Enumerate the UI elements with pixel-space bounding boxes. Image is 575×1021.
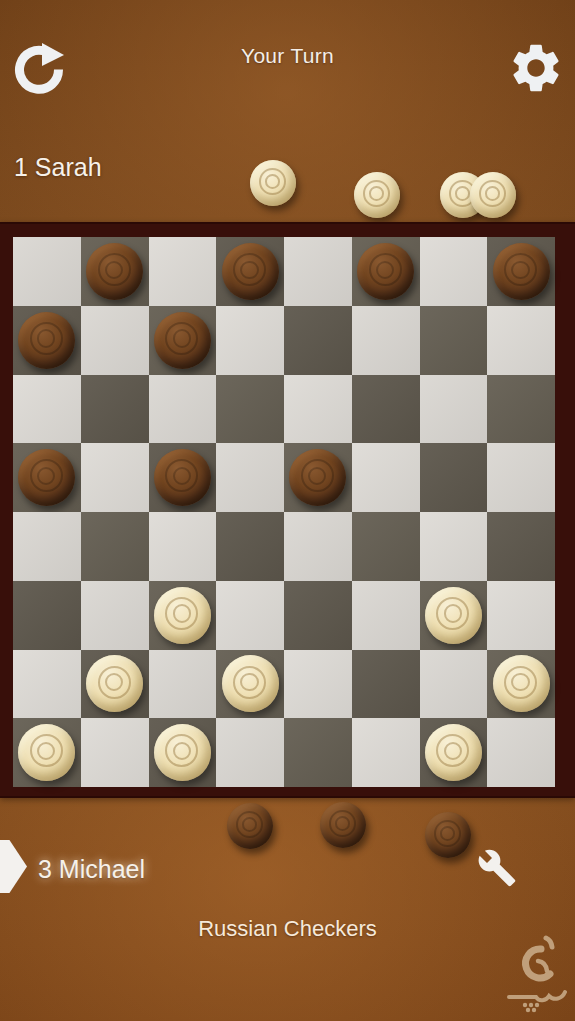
- square-b6[interactable]: [81, 375, 149, 444]
- square-b1[interactable]: [81, 718, 149, 787]
- square-e8[interactable]: [284, 237, 352, 306]
- board-frame: [0, 222, 575, 798]
- square-a7[interactable]: [13, 306, 81, 375]
- square-d1[interactable]: [216, 718, 284, 787]
- board-grid: [13, 237, 555, 787]
- dark-piece[interactable]: [18, 449, 75, 506]
- square-e6[interactable]: [284, 375, 352, 444]
- light-piece[interactable]: [425, 724, 482, 781]
- square-h2[interactable]: [487, 650, 555, 719]
- dark-piece[interactable]: [289, 449, 346, 506]
- square-c6[interactable]: [149, 375, 217, 444]
- square-c8[interactable]: [149, 237, 217, 306]
- square-d7[interactable]: [216, 306, 284, 375]
- tools-button[interactable]: [475, 846, 519, 890]
- square-h4[interactable]: [487, 512, 555, 581]
- square-c1[interactable]: [149, 718, 217, 787]
- square-d6[interactable]: [216, 375, 284, 444]
- square-f2[interactable]: [352, 650, 420, 719]
- light-piece[interactable]: [18, 724, 75, 781]
- dark-piece[interactable]: [86, 243, 143, 300]
- square-f8[interactable]: [352, 237, 420, 306]
- light-piece: [354, 172, 400, 218]
- square-c7[interactable]: [149, 306, 217, 375]
- square-b4[interactable]: [81, 512, 149, 581]
- square-g3[interactable]: [420, 581, 488, 650]
- square-e5[interactable]: [284, 443, 352, 512]
- square-h7[interactable]: [487, 306, 555, 375]
- square-b2[interactable]: [81, 650, 149, 719]
- dark-piece[interactable]: [222, 243, 279, 300]
- square-g7[interactable]: [420, 306, 488, 375]
- light-piece[interactable]: [493, 655, 550, 712]
- square-g2[interactable]: [420, 650, 488, 719]
- square-a2[interactable]: [13, 650, 81, 719]
- square-h3[interactable]: [487, 581, 555, 650]
- sibche-watermark-logo: [503, 933, 569, 1017]
- captured-light-tray: [0, 130, 575, 225]
- square-e3[interactable]: [284, 581, 352, 650]
- square-d8[interactable]: [216, 237, 284, 306]
- light-piece: [250, 160, 296, 206]
- square-g1[interactable]: [420, 718, 488, 787]
- square-a5[interactable]: [13, 443, 81, 512]
- status-text: Your Turn: [0, 44, 575, 68]
- square-c3[interactable]: [149, 581, 217, 650]
- light-piece[interactable]: [154, 724, 211, 781]
- square-d5[interactable]: [216, 443, 284, 512]
- dark-piece: [425, 812, 471, 858]
- square-c4[interactable]: [149, 512, 217, 581]
- square-f7[interactable]: [352, 306, 420, 375]
- square-g5[interactable]: [420, 443, 488, 512]
- player-bottom-label: 3 Michael: [38, 855, 145, 884]
- square-c5[interactable]: [149, 443, 217, 512]
- gear-icon: [507, 39, 565, 97]
- square-f3[interactable]: [352, 581, 420, 650]
- dark-piece[interactable]: [493, 243, 550, 300]
- square-b3[interactable]: [81, 581, 149, 650]
- square-e2[interactable]: [284, 650, 352, 719]
- square-c2[interactable]: [149, 650, 217, 719]
- square-b5[interactable]: [81, 443, 149, 512]
- square-d4[interactable]: [216, 512, 284, 581]
- light-piece[interactable]: [222, 655, 279, 712]
- square-g8[interactable]: [420, 237, 488, 306]
- square-a3[interactable]: [13, 581, 81, 650]
- square-b8[interactable]: [81, 237, 149, 306]
- app-title: Russian Checkers: [0, 916, 575, 942]
- dark-piece: [320, 802, 366, 848]
- square-h5[interactable]: [487, 443, 555, 512]
- light-piece[interactable]: [425, 587, 482, 644]
- square-e7[interactable]: [284, 306, 352, 375]
- square-b7[interactable]: [81, 306, 149, 375]
- dark-piece[interactable]: [357, 243, 414, 300]
- dark-piece[interactable]: [154, 312, 211, 369]
- light-piece: [470, 172, 516, 218]
- dark-piece[interactable]: [154, 449, 211, 506]
- square-h8[interactable]: [487, 237, 555, 306]
- settings-button[interactable]: [506, 38, 566, 98]
- square-e1[interactable]: [284, 718, 352, 787]
- square-g6[interactable]: [420, 375, 488, 444]
- light-piece[interactable]: [154, 587, 211, 644]
- wrench-icon: [477, 848, 517, 888]
- square-f5[interactable]: [352, 443, 420, 512]
- dark-piece[interactable]: [18, 312, 75, 369]
- square-f6[interactable]: [352, 375, 420, 444]
- square-h1[interactable]: [487, 718, 555, 787]
- square-d2[interactable]: [216, 650, 284, 719]
- square-a1[interactable]: [13, 718, 81, 787]
- square-e4[interactable]: [284, 512, 352, 581]
- square-f4[interactable]: [352, 512, 420, 581]
- square-a6[interactable]: [13, 375, 81, 444]
- light-piece[interactable]: [86, 655, 143, 712]
- square-d3[interactable]: [216, 581, 284, 650]
- square-h6[interactable]: [487, 375, 555, 444]
- square-a8[interactable]: [13, 237, 81, 306]
- square-g4[interactable]: [420, 512, 488, 581]
- square-a4[interactable]: [13, 512, 81, 581]
- square-f1[interactable]: [352, 718, 420, 787]
- dark-piece: [227, 803, 273, 849]
